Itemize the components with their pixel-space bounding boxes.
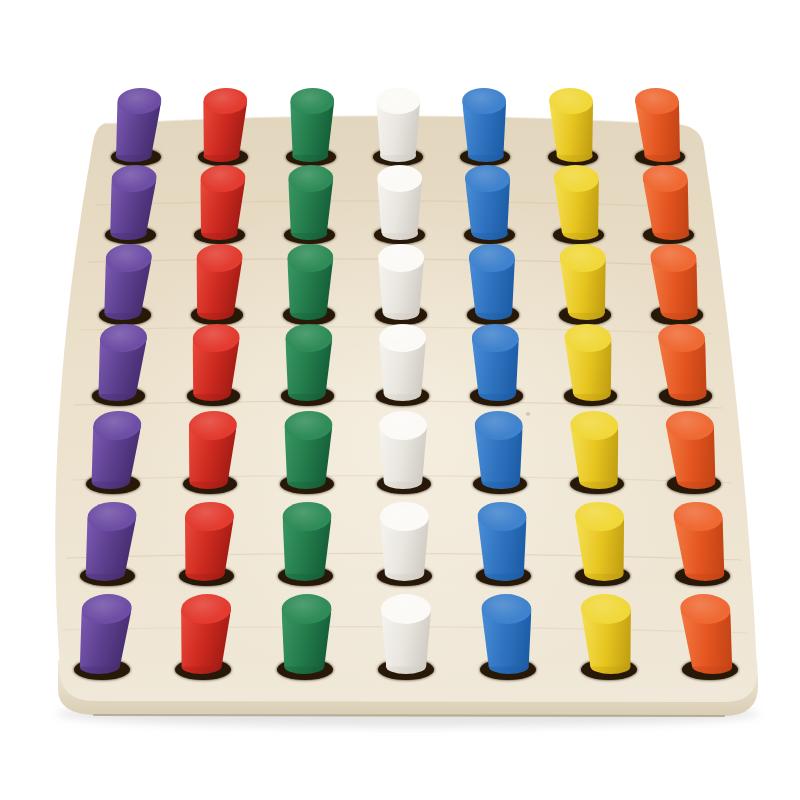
- peg-yellow-r2c6[interactable]: [553, 165, 603, 240]
- peg-white-r3c4[interactable]: [378, 244, 424, 320]
- peg-top-face: [468, 244, 515, 272]
- peg-top-face: [558, 244, 606, 272]
- peg-orange-r4c7[interactable]: [656, 324, 711, 401]
- peg-purple-r2c1[interactable]: [105, 165, 158, 240]
- peg-white-r5c4[interactable]: [379, 411, 427, 489]
- peg-red-r4c2[interactable]: [188, 324, 241, 401]
- peg-white-r2c4[interactable]: [377, 165, 422, 240]
- peg-top-face: [474, 411, 523, 440]
- peg-top-face: [284, 411, 333, 440]
- peg-blue-r3c5[interactable]: [468, 244, 517, 320]
- peg-green-r5c3[interactable]: [282, 411, 333, 489]
- peg-red-r2c2[interactable]: [196, 165, 246, 240]
- peg-blue-r7c5[interactable]: [480, 594, 533, 674]
- peg-top-face: [378, 244, 424, 272]
- peg-top-face: [553, 165, 600, 192]
- peg-top-face: [377, 165, 422, 192]
- peg-orange-r3c7[interactable]: [649, 244, 703, 320]
- peg-blue-r2c5[interactable]: [465, 165, 512, 240]
- peg-green-r7c3[interactable]: [279, 594, 332, 674]
- peg-top-face: [471, 324, 519, 352]
- peg-red-r3c2[interactable]: [192, 244, 244, 320]
- peg-blue-r4c5[interactable]: [471, 324, 521, 401]
- peg-yellow-r4c6[interactable]: [564, 324, 617, 401]
- peg-white-r1c4[interactable]: [376, 88, 420, 162]
- peg-yellow-r5c6[interactable]: [569, 411, 623, 489]
- peg-purple-r4c1[interactable]: [93, 324, 149, 401]
- peg-yellow-r7c6[interactable]: [580, 594, 636, 674]
- peg-yellow-r6c6[interactable]: [574, 502, 629, 581]
- peg-board-scene: [0, 0, 800, 800]
- peg-purple-r3c1[interactable]: [99, 244, 153, 320]
- peg-green-r2c3[interactable]: [286, 165, 334, 240]
- peg-green-r4c3[interactable]: [283, 324, 333, 401]
- peg-purple-r6c1[interactable]: [80, 502, 138, 581]
- peg-top-face: [381, 594, 431, 624]
- peg-green-r6c3[interactable]: [280, 502, 332, 581]
- peg-red-r5c2[interactable]: [184, 411, 238, 489]
- peg-green-r1c3[interactable]: [288, 88, 335, 162]
- peg-white-r4c4[interactable]: [379, 324, 426, 401]
- peg-orange-r1c7[interactable]: [633, 88, 684, 162]
- peg-orange-r7c7[interactable]: [679, 594, 738, 674]
- peg-white-r6c4[interactable]: [380, 502, 429, 581]
- peg-orange-r2c7[interactable]: [641, 165, 694, 240]
- peg-yellow-r3c6[interactable]: [558, 244, 609, 320]
- peg-top-face: [379, 324, 426, 352]
- peg-purple-r1c1[interactable]: [111, 88, 163, 162]
- peg-top-face: [480, 594, 531, 624]
- board-side-bottom-edge: [94, 715, 724, 716]
- peg-top-face: [379, 411, 427, 440]
- peg-purple-r5c1[interactable]: [86, 411, 143, 489]
- peg-orange-r6c7[interactable]: [671, 502, 729, 581]
- peg-blue-r6c5[interactable]: [477, 502, 529, 581]
- peg-blue-r5c5[interactable]: [474, 411, 525, 489]
- peg-yellow-r1c6[interactable]: [548, 88, 597, 162]
- peg-red-r1c2[interactable]: [199, 88, 248, 162]
- peg-top-face: [287, 244, 334, 272]
- peg-white-r7c4[interactable]: [381, 594, 431, 674]
- peg-red-r7c2[interactable]: [176, 594, 232, 674]
- peg-blue-r1c5[interactable]: [462, 88, 508, 162]
- peg-red-r6c2[interactable]: [180, 502, 235, 581]
- peg-green-r3c3[interactable]: [285, 244, 334, 320]
- peg-purple-r7c1[interactable]: [74, 594, 133, 674]
- peg-orange-r5c7[interactable]: [664, 411, 721, 489]
